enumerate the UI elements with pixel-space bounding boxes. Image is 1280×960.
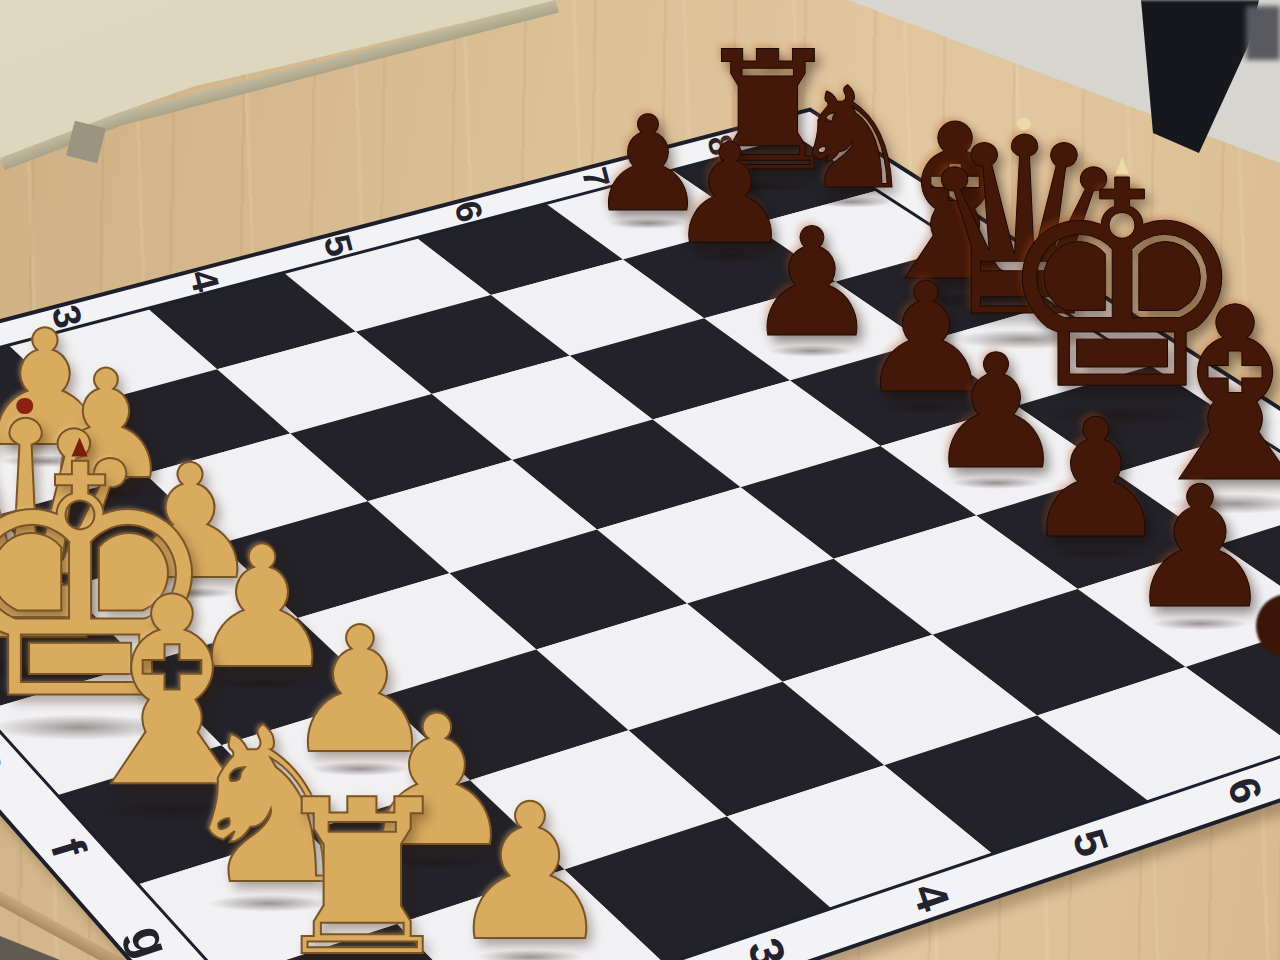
white-rook-icon: ♜ (266, 771, 459, 960)
pieces-layer: ♜♞♝♛♚♝♟♟♟♟♟♟♟♛♚♝♞♜♟♟♟♟♟♟♟ (0, 0, 1280, 960)
white-king-finial (72, 438, 88, 457)
piece-black-pawn-g7[interactable]: ♟ (1125, 464, 1276, 632)
black-king-finial (1115, 157, 1129, 174)
photo-stage: 87665544e33f2g ♜♞♝♛♚♝♟♟♟♟♟♟♟♛♚♝♞♜♟♟♟♟♟♟♟ (0, 0, 1280, 960)
piece-white-pawn-h2[interactable]: ♟ (446, 779, 615, 960)
black-pawn-icon: ♟ (1125, 464, 1276, 632)
piece-white-rook-h1[interactable]: ♜ (266, 771, 459, 960)
white-pawn-icon: ♟ (446, 779, 615, 960)
